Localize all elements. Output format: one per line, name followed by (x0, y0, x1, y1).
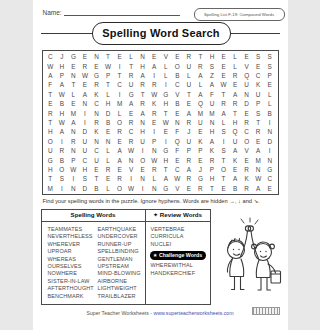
grid-cell: N (264, 127, 276, 136)
grid-cell: N (68, 71, 80, 80)
grid-cell: N (91, 137, 103, 146)
grid-cell: G (45, 155, 57, 164)
grid-cell: T (102, 52, 114, 61)
word-list-body: TEAMMATESNEVERTHELESSWHEREVERUPROARWHERE… (42, 222, 210, 304)
word-item: SISTER-IN-LAW (48, 278, 98, 285)
word-item: VERTEBRAE (151, 226, 208, 233)
grid-cell: K (91, 90, 103, 99)
word-item: AFTERTHOUGHT (48, 285, 98, 292)
grid-cell: E (241, 155, 253, 164)
grid-cell: J (56, 52, 68, 61)
grid-cell: A (183, 165, 195, 174)
grid-cell: R (183, 52, 195, 61)
grid-cell: H (56, 61, 68, 70)
grid-cell: N (241, 90, 253, 99)
grid-cell: T (91, 174, 103, 183)
grid-cell: E (229, 80, 241, 89)
grid-cell: E (195, 127, 207, 136)
grid-cell: V (172, 184, 184, 193)
grid-cell: N (91, 52, 103, 61)
grid-cell: W (68, 165, 80, 174)
word-item: TEAMMATES (48, 226, 98, 233)
grid-cell: E (137, 165, 149, 174)
grid-cell: R (114, 127, 126, 136)
grid-cell: O (218, 165, 230, 174)
grid-cell: E (183, 99, 195, 108)
grid-cell: W (218, 80, 230, 89)
grid-cell: A (252, 146, 264, 155)
grid-cell: L (264, 99, 276, 108)
grid-cell: L (218, 118, 230, 127)
word-list-table: Spelling Words ✦ Review Words TEAMMATESN… (41, 209, 211, 305)
grid-cell: W (102, 61, 114, 70)
grid-cell: P (195, 146, 207, 155)
grid-cell: C (91, 99, 103, 108)
grid-cell: E (148, 118, 160, 127)
grid-cell: K (229, 155, 241, 164)
grid-cell: R (148, 80, 160, 89)
grid-cell: E (114, 52, 126, 61)
grid-cell: N (137, 118, 149, 127)
grid-cell: E (102, 174, 114, 183)
grid-cell: L (125, 52, 137, 61)
grid-cell: D (79, 127, 91, 136)
grid-cell: E (68, 99, 80, 108)
word-item: HANDKERCHIEF (151, 270, 208, 277)
grid-cell: F (172, 127, 184, 136)
grid-cell: B (56, 155, 68, 164)
grid-cell: A (218, 108, 230, 117)
grid-cell: I (264, 146, 276, 155)
grid-cell: E (91, 61, 103, 70)
grid-cell: U (229, 137, 241, 146)
grid-cell: P (68, 155, 80, 164)
grid-cell: I (79, 118, 91, 127)
grid-cell: L (148, 174, 160, 183)
grid-cell: R (125, 118, 137, 127)
word-item: EARTHQUAKE (98, 226, 145, 233)
grid-cell: U (183, 137, 195, 146)
grid-cell: C (45, 52, 57, 61)
grid-cell: E (241, 52, 253, 61)
footer: Super Teacher Worksheets - www.superteac… (33, 310, 288, 316)
grid-cell: C (252, 71, 264, 80)
grid-cell: E (45, 99, 57, 108)
grid-cell: E (218, 184, 230, 193)
grid-cell: U (252, 90, 264, 99)
grid-cell: V (125, 165, 137, 174)
grid-cell: V (241, 61, 253, 70)
grid-cell: A (229, 90, 241, 99)
grid-cell: I (137, 146, 149, 155)
word-item: NEVERTHELESS (48, 233, 98, 240)
grid-cell: C (241, 127, 253, 136)
grid-cell: I (264, 118, 276, 127)
kids-highfive-illustration (214, 215, 285, 307)
grid-cell: N (137, 174, 149, 183)
grid-cell: T (218, 174, 230, 183)
grid-cell: N (137, 52, 149, 61)
word-item: WHEREWITHAL (151, 262, 208, 269)
grid-cell: E (68, 61, 80, 70)
grid-cell: A (68, 118, 80, 127)
grid-cell: U (45, 146, 57, 155)
grid-cell: D (79, 184, 91, 193)
grid-cell: C (114, 80, 126, 89)
grid-cell: R (241, 184, 253, 193)
grid-cell: N (148, 146, 160, 155)
grid-cell: D (264, 137, 276, 146)
review-words-section: VERTEBRAECURRICULANUCLEI ★ Challenge Wor… (146, 222, 210, 304)
grid-cell: T (102, 80, 114, 89)
grid-cell: A (195, 71, 207, 80)
grid-cell: K (91, 127, 103, 136)
grid-cell: E (218, 52, 230, 61)
grid-cell: T (45, 90, 57, 99)
footer-url: www.superteacherworksheets.com (153, 310, 233, 316)
grid-cell: T (195, 52, 207, 61)
grid-cell: L (102, 146, 114, 155)
grid-cell: U (79, 146, 91, 155)
grid-cell: H (137, 61, 149, 70)
word-item: UPSTREAM (98, 263, 145, 270)
grid-cell: G (125, 90, 137, 99)
grid-cell: N (252, 165, 264, 174)
grid-cell: A (195, 90, 207, 99)
grid-cell: W (160, 118, 172, 127)
grid-cell: P (148, 137, 160, 146)
challenge-words-header: ★ Challenge Words (150, 251, 206, 260)
grid-cell: A (206, 80, 218, 89)
grid-cell: G (160, 184, 172, 193)
grid-cell: N (68, 184, 80, 193)
grid-cell: N (264, 155, 276, 164)
grid-cell: H (56, 108, 68, 117)
grid-cell: R (229, 71, 241, 80)
grid-cell: T (183, 90, 195, 99)
grid-cell: S (264, 52, 276, 61)
grid-cell: H (79, 165, 91, 174)
grid-cell: R (56, 146, 68, 155)
grid-cell: E (172, 52, 184, 61)
grid-cell: A (56, 127, 68, 136)
grid-cell: E (241, 108, 253, 117)
grid-cell: S (252, 52, 264, 61)
grid-cell: A (252, 184, 264, 193)
grid-cell: T (45, 174, 57, 183)
grid-cell: R (91, 118, 103, 127)
grid-cell: W (125, 184, 137, 193)
review-words-header: ✦ Review Words (146, 210, 210, 221)
word-item: WHEREVER (48, 241, 98, 248)
grid-cell: I (148, 127, 160, 136)
grid-cell: E (195, 155, 207, 164)
word-item: RUNNER-UP (98, 241, 145, 248)
grid-cell: K (241, 174, 253, 183)
grid-cell: A (114, 155, 126, 164)
grid-cell: B (172, 71, 184, 80)
grid-cell: R (148, 165, 160, 174)
grid-cell: E (229, 165, 241, 174)
grid-cell: R (206, 155, 218, 164)
grid-cell: W (252, 174, 264, 183)
grid-cell: I (79, 108, 91, 117)
grid-cell: C (79, 155, 91, 164)
grid-cell: T (160, 108, 172, 117)
grid-cell: H (206, 127, 218, 136)
grid-cell: O (45, 137, 57, 146)
grid-cell: W (148, 90, 160, 99)
spelling-words-col1: TEAMMATESNEVERTHELESSWHEREVERUPROARWHERE… (48, 226, 98, 304)
grid-cell: B (56, 99, 68, 108)
grid-cell: Q (229, 127, 241, 136)
grid-cell: H (229, 118, 241, 127)
grid-cell: A (114, 146, 126, 155)
grid-cell: U (241, 80, 253, 89)
grid-cell: R (91, 80, 103, 89)
grid-cell: P (252, 99, 264, 108)
grid-cell: W (148, 155, 160, 164)
grid-cell: K (206, 146, 218, 155)
grid-cell: T (206, 184, 218, 193)
grid-cell: I (68, 174, 80, 183)
grid-cell: L (114, 108, 126, 117)
grid-cell: R (125, 71, 137, 80)
grid-cell: M (252, 155, 264, 164)
grid-cell: L (160, 61, 172, 70)
grid-cell: S (252, 108, 264, 117)
grid-cell: R (114, 174, 126, 183)
grid-cell: Q (172, 137, 184, 146)
grid-cell: T (229, 108, 241, 117)
grid-cell: L (195, 80, 207, 89)
spelling-words-header: Spelling Words (42, 210, 146, 221)
grid-cell: R (218, 99, 230, 108)
grid-cell: O (56, 165, 68, 174)
grid-cell: R (241, 165, 253, 174)
spelling-list-badge: Spelling List F-19: Compound Words (194, 8, 285, 21)
footer-brand: Super Teacher Worksheets - (86, 310, 153, 316)
grid-cell: T (218, 90, 230, 99)
grid-cell: U (183, 61, 195, 70)
grid-cell: N (68, 127, 80, 136)
grid-cell: L (229, 52, 241, 61)
grid-cell: V (160, 52, 172, 61)
instructions-text: Find your spelling words in the puzzle. … (43, 198, 285, 204)
grid-cell: R (183, 174, 195, 183)
grid-cell: N (125, 155, 137, 164)
grid-cell: Q (195, 99, 207, 108)
grid-cell: M (114, 99, 126, 108)
grid-cell: M (68, 108, 80, 117)
word-item: TRAILBLAZER (98, 293, 145, 300)
grid-cell: V (172, 90, 184, 99)
grid-cell: R (183, 155, 195, 164)
grid-cell: A (183, 108, 195, 117)
grid-cell: L (160, 71, 172, 80)
word-item: OURSELVES (48, 263, 98, 270)
grid-cell: E (125, 108, 137, 117)
grid-cell: A (56, 80, 68, 89)
challenge-words: WHEREWITHALHANDKERCHIEF (151, 262, 208, 277)
grid-cell: B (264, 108, 276, 117)
word-item: AIRBORNE (98, 278, 145, 285)
grid-cell: N (79, 99, 91, 108)
grid-cell: N (102, 137, 114, 146)
grid-cell: H (45, 165, 57, 174)
grid-cell: Z (206, 71, 218, 80)
grid-cell: A (137, 108, 149, 117)
grid-cell: T (137, 90, 149, 99)
grid-cell: M (45, 184, 57, 193)
grid-cell: A (137, 71, 149, 80)
grid-cell: V (241, 146, 253, 155)
grid-cell: O (172, 61, 184, 70)
word-item: UNDERCOVER (98, 233, 145, 240)
grid-cell: H (137, 127, 149, 136)
grid-cell: F (45, 80, 57, 89)
grid-cell: A (79, 90, 91, 99)
grid-cell: R (137, 80, 149, 89)
grid-cell: H (206, 52, 218, 61)
grid-cell: L (264, 90, 276, 99)
grid-cell: J (195, 165, 207, 174)
grid-cell: I (137, 184, 149, 193)
grid-cell: W (79, 71, 91, 80)
word-item: LIGHTWEIGHT (98, 285, 145, 292)
grid-cell: S (56, 174, 68, 183)
grid-cell: S (218, 146, 230, 155)
grid-cell: I (160, 137, 172, 146)
grid-cell: U (91, 155, 103, 164)
grid-cell: B (91, 184, 103, 193)
grid-cell: E (218, 71, 230, 80)
grid-cell: O (114, 184, 126, 193)
grid-cell: K (148, 99, 160, 108)
grid-cell: E (252, 137, 264, 146)
grid-cell: P (206, 165, 218, 174)
grid-cell: P (102, 71, 114, 80)
grid-cell: F (172, 146, 184, 155)
grid-cell: I (160, 80, 172, 89)
grid-cell: P (56, 71, 68, 80)
grid-cell: D (241, 99, 253, 108)
grid-cell: L (229, 61, 241, 70)
grid-cell: R (125, 137, 137, 146)
grid-cell: Q (241, 71, 253, 80)
grid-cell: N (148, 184, 160, 193)
grid-cell: J (183, 127, 195, 136)
grid-cell: E (102, 127, 114, 136)
grid-cell: K (195, 137, 207, 146)
grid-cell: R (45, 108, 57, 117)
grid-cell: H (160, 155, 172, 164)
grid-cell: M (206, 108, 218, 117)
grid-cell: B (172, 99, 184, 108)
grid-cell: T (218, 155, 230, 164)
word-item: GENTLEMAN (98, 256, 145, 263)
grid-cell: T (252, 118, 264, 127)
grid-cell: S (79, 174, 91, 183)
grid-cell: L (68, 90, 80, 99)
grid-cell: N (91, 108, 103, 117)
grid-cell: R (183, 118, 195, 127)
grid-cell: C (172, 80, 184, 89)
grid-cell: L (183, 71, 195, 80)
grid-cell: I (218, 137, 230, 146)
grid-cell: E (114, 165, 126, 174)
grid-cell: G (160, 146, 172, 155)
grid-cell: B (229, 184, 241, 193)
grid-cell: I (114, 90, 126, 99)
grid-cell: R (229, 99, 241, 108)
grid-cell: R (148, 108, 160, 117)
word-search-grid: CJGENTELNEVERTHELESSWHEREWITHALOURSELVES… (42, 50, 279, 195)
grid-cell: T (114, 71, 126, 80)
grid-cell: R (195, 184, 207, 193)
grid-cell: T (45, 118, 57, 127)
grid-cell: C (91, 146, 103, 155)
grid-cell: A (206, 137, 218, 146)
grid-cell: C (264, 174, 276, 183)
grid-cell: I (56, 137, 68, 146)
grid-cell: E (79, 52, 91, 61)
grid-cell: N (206, 118, 218, 127)
grid-cell: U (79, 137, 91, 146)
grid-cell: E (264, 80, 276, 89)
grid-cell: U (125, 80, 137, 89)
grid-cell: K (252, 80, 264, 89)
grid-cell: N (68, 146, 80, 155)
grid-cell: O (114, 118, 126, 127)
grid-cell: R (79, 61, 91, 70)
grid-cell: E (148, 52, 160, 61)
grid-cell: E (79, 80, 91, 89)
grid-cell: D (102, 108, 114, 117)
name-label: Name: (43, 9, 62, 16)
grid-cell: P (264, 71, 276, 80)
grid-cell: I (56, 184, 68, 193)
word-list-header-row: Spelling Words ✦ Review Words (42, 210, 210, 222)
grid-cell: S (218, 127, 230, 136)
word-item: BENCHMARK (48, 293, 98, 300)
grid-cell: W (172, 174, 184, 183)
word-item: CURRICULA (151, 233, 208, 240)
grid-cell: A (229, 146, 241, 155)
grid-cell: E (264, 184, 276, 193)
grid-cell: E (172, 108, 184, 117)
grid-cell: O (241, 137, 253, 146)
grid-cell: E (114, 137, 126, 146)
grid-cell: S (206, 61, 218, 70)
grid-cell: F (206, 90, 218, 99)
grid-cell: E (183, 184, 195, 193)
grid-cell: L (102, 184, 114, 193)
page-title: Spelling Word Search (92, 22, 231, 45)
grid-cell: E (160, 127, 172, 136)
grid-cell: W (125, 146, 137, 155)
grid-cell: A (148, 61, 160, 70)
grid-cell: R (102, 165, 114, 174)
grid-cell: R (195, 61, 207, 70)
grid-cell: T (125, 61, 137, 70)
grid-cell: A (45, 71, 57, 80)
grid-cell: G (195, 174, 207, 183)
grid-cell: S (264, 61, 276, 70)
grid-cell: E (218, 61, 230, 70)
grid-cell: G (264, 165, 276, 174)
grid-cell: U (183, 80, 195, 89)
